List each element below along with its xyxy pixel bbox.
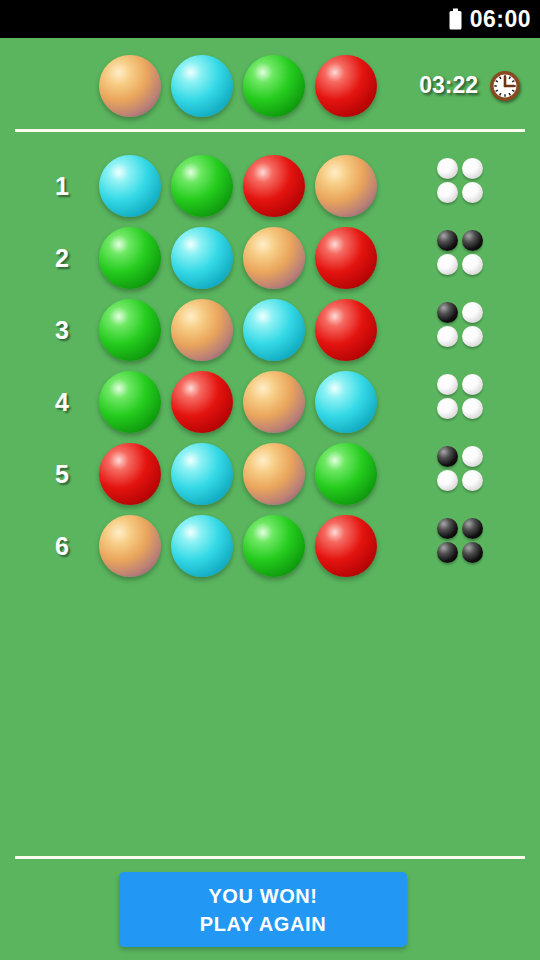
- guess-row-1: 1: [0, 155, 540, 217]
- guess-ball-red[interactable]: [171, 371, 233, 433]
- guess-ball-orange[interactable]: [243, 227, 305, 289]
- guess-ball-orange[interactable]: [99, 515, 161, 577]
- guess-row-4: 4: [0, 371, 540, 433]
- play-again-label: PLAY AGAIN: [200, 910, 326, 938]
- feedback-peg-black: [437, 446, 458, 467]
- guess-ball-cyan[interactable]: [171, 443, 233, 505]
- feedback-pegs: [437, 158, 483, 203]
- feedback-peg-black: [462, 230, 483, 251]
- row-number: 1: [38, 155, 86, 217]
- row-number: 4: [38, 371, 86, 433]
- feedback-peg-white: [462, 254, 483, 275]
- guess-ball-orange[interactable]: [171, 299, 233, 361]
- guess-ball-green[interactable]: [99, 371, 161, 433]
- row-number: 3: [38, 299, 86, 361]
- win-message-label: YOU WON!: [208, 882, 317, 910]
- play-again-button[interactable]: YOU WON! PLAY AGAIN: [119, 872, 407, 947]
- guess-ball-red[interactable]: [315, 299, 377, 361]
- feedback-peg-white: [462, 398, 483, 419]
- feedback-peg-black: [462, 518, 483, 539]
- guess-ball-cyan[interactable]: [171, 227, 233, 289]
- row-number: 5: [38, 443, 86, 505]
- secret-ball-green: [243, 55, 305, 117]
- feedback-peg-white: [462, 470, 483, 491]
- feedback-peg-white: [462, 326, 483, 347]
- guess-row-3: 3: [0, 299, 540, 361]
- feedback-peg-black: [437, 518, 458, 539]
- guess-ball-green[interactable]: [243, 515, 305, 577]
- feedback-peg-white: [437, 182, 458, 203]
- guess-ball-red[interactable]: [315, 515, 377, 577]
- guess-ball-red[interactable]: [243, 155, 305, 217]
- feedback-peg-black: [437, 542, 458, 563]
- feedback-peg-white: [462, 302, 483, 323]
- guess-ball-orange[interactable]: [243, 443, 305, 505]
- status-clock: 06:00: [470, 6, 531, 33]
- guess-ball-red[interactable]: [315, 227, 377, 289]
- secret-ball-red: [315, 55, 377, 117]
- feedback-peg-white: [437, 326, 458, 347]
- guess-ball-green[interactable]: [315, 443, 377, 505]
- feedback-peg-white: [437, 398, 458, 419]
- feedback-peg-white: [462, 158, 483, 179]
- secret-ball-orange: [99, 55, 161, 117]
- feedback-peg-white: [437, 374, 458, 395]
- guess-row-2: 2: [0, 227, 540, 289]
- battery-icon: [448, 7, 463, 31]
- status-bar: 06:00: [0, 0, 540, 38]
- feedback-peg-white: [462, 182, 483, 203]
- guess-ball-green[interactable]: [99, 299, 161, 361]
- feedback-pegs: [437, 230, 483, 275]
- guess-ball-cyan[interactable]: [243, 299, 305, 361]
- feedback-pegs: [437, 302, 483, 347]
- game-timer: 03:22: [396, 72, 478, 99]
- feedback-peg-white: [437, 470, 458, 491]
- feedback-peg-white: [437, 254, 458, 275]
- guess-ball-red[interactable]: [99, 443, 161, 505]
- guess-ball-green[interactable]: [99, 227, 161, 289]
- clock-icon: [488, 69, 522, 103]
- feedback-peg-black: [437, 230, 458, 251]
- feedback-peg-black: [437, 302, 458, 323]
- guess-board: 123456: [0, 155, 540, 595]
- feedback-pegs: [437, 446, 483, 491]
- guess-ball-orange[interactable]: [315, 155, 377, 217]
- feedback-peg-white: [462, 374, 483, 395]
- feedback-peg-white: [462, 446, 483, 467]
- feedback-pegs: [437, 518, 483, 563]
- guess-ball-cyan[interactable]: [171, 515, 233, 577]
- guess-ball-cyan[interactable]: [99, 155, 161, 217]
- row-number: 2: [38, 227, 86, 289]
- guess-row-5: 5: [0, 443, 540, 505]
- separator-top: [15, 129, 525, 132]
- feedback-peg-black: [462, 542, 483, 563]
- feedback-peg-white: [437, 158, 458, 179]
- guess-row-6: 6: [0, 515, 540, 577]
- app-screen: 06:00 03:22 123456 YOU WON! PLAY AGAIN: [0, 0, 540, 960]
- secret-ball-cyan: [171, 55, 233, 117]
- separator-bottom: [15, 856, 525, 859]
- guess-ball-green[interactable]: [171, 155, 233, 217]
- feedback-pegs: [437, 374, 483, 419]
- guess-ball-orange[interactable]: [243, 371, 305, 433]
- guess-ball-cyan[interactable]: [315, 371, 377, 433]
- row-number: 6: [38, 515, 86, 577]
